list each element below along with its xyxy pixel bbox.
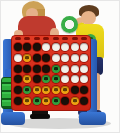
empty-hole	[52, 54, 60, 62]
board-cell	[13, 85, 23, 96]
board-cell	[42, 85, 52, 96]
drop-slot[interactable]	[81, 37, 87, 40]
empty-hole	[33, 43, 41, 51]
yellow-disc	[71, 97, 79, 105]
green-disc	[23, 86, 31, 94]
empty-hole	[80, 75, 88, 83]
empty-hole	[14, 65, 22, 73]
board-cell	[80, 85, 90, 96]
board-cell	[42, 53, 52, 64]
board-cell	[80, 63, 90, 74]
board-right-foot	[79, 112, 106, 125]
board-cell	[70, 53, 80, 64]
drop-slot[interactable]	[43, 37, 49, 40]
board-cell	[42, 63, 52, 74]
board-cell	[80, 74, 90, 85]
board-grid	[13, 42, 89, 106]
board-cell	[13, 63, 23, 74]
yellow-disc	[33, 86, 41, 94]
empty-hole	[42, 43, 50, 51]
empty-hole	[80, 54, 88, 62]
drop-slot[interactable]	[72, 37, 78, 40]
green-disc	[33, 97, 41, 105]
board-cell	[51, 42, 61, 53]
empty-hole	[80, 86, 88, 94]
board-cell	[32, 63, 42, 74]
green-disc	[52, 75, 60, 83]
board-cell	[23, 95, 33, 106]
board-cell	[70, 42, 80, 53]
board-cell	[80, 53, 90, 64]
board-top-slots[interactable]	[13, 36, 89, 41]
board-cell	[23, 63, 33, 74]
empty-hole	[71, 75, 79, 83]
board-left-foot	[1, 112, 25, 125]
yellow-disc	[23, 75, 31, 83]
empty-hole	[33, 54, 41, 62]
board-cell	[32, 42, 42, 53]
empty-hole	[42, 54, 50, 62]
board-cell	[80, 95, 90, 106]
empty-hole	[61, 65, 69, 73]
board-cell	[61, 95, 71, 106]
boy-face	[81, 11, 96, 25]
board-cell	[51, 63, 61, 74]
board-cell	[42, 74, 52, 85]
board-cell	[51, 85, 61, 96]
board-cell	[13, 74, 23, 85]
empty-hole	[14, 75, 22, 83]
board-cell	[13, 53, 23, 64]
board-cell	[61, 74, 71, 85]
board-cell	[80, 42, 90, 53]
yellow-disc	[42, 86, 50, 94]
board-cell	[61, 53, 71, 64]
board-cell	[23, 85, 33, 96]
yellow-disc	[42, 97, 50, 105]
yellow-disc	[61, 86, 69, 94]
board-cell	[70, 63, 80, 74]
empty-hole	[61, 97, 69, 105]
green-disc	[52, 65, 60, 73]
board-cell	[32, 95, 42, 106]
board-cell	[61, 42, 71, 53]
board-cell	[23, 42, 33, 53]
yellow-disc	[23, 54, 31, 62]
board-cell	[70, 95, 80, 106]
empty-hole	[71, 43, 79, 51]
yellow-disc	[52, 86, 60, 94]
board-cell	[13, 42, 23, 53]
empty-hole	[80, 65, 88, 73]
empty-hole	[61, 75, 69, 83]
empty-hole	[33, 75, 41, 83]
board-cell	[42, 95, 52, 106]
board-cell	[32, 85, 42, 96]
board-cell	[70, 85, 80, 96]
drop-slot[interactable]	[53, 37, 59, 40]
drop-slot[interactable]	[24, 37, 30, 40]
board-cell	[32, 74, 42, 85]
empty-hole	[23, 65, 31, 73]
board-cell	[23, 53, 33, 64]
empty-hole	[71, 86, 79, 94]
empty-hole	[42, 65, 50, 73]
empty-hole	[61, 43, 69, 51]
empty-hole	[33, 65, 41, 73]
empty-hole	[14, 97, 22, 105]
empty-hole	[14, 86, 22, 94]
scene-photo	[0, 0, 120, 133]
empty-hole	[71, 54, 79, 62]
board-cell	[51, 95, 61, 106]
empty-hole	[14, 54, 22, 62]
drop-slot[interactable]	[62, 37, 68, 40]
board-cell	[51, 53, 61, 64]
empty-hole	[80, 43, 88, 51]
board-cell	[23, 74, 33, 85]
empty-hole	[52, 43, 60, 51]
board-cell	[70, 74, 80, 85]
green-disc-being-dropped[interactable]	[61, 16, 78, 33]
board-cell	[13, 95, 23, 106]
drop-slot[interactable]	[15, 37, 21, 40]
yellow-disc	[23, 97, 31, 105]
board-cell	[51, 74, 61, 85]
board-cell	[32, 53, 42, 64]
drop-slot[interactable]	[34, 37, 40, 40]
empty-hole	[14, 43, 22, 51]
empty-hole	[71, 65, 79, 73]
empty-hole	[61, 54, 69, 62]
green-disc	[52, 97, 60, 105]
empty-hole	[80, 97, 88, 105]
green-disc	[42, 75, 50, 83]
board-cell	[42, 42, 52, 53]
board-cell	[61, 85, 71, 96]
board-cell	[61, 63, 71, 74]
empty-hole	[23, 43, 31, 51]
